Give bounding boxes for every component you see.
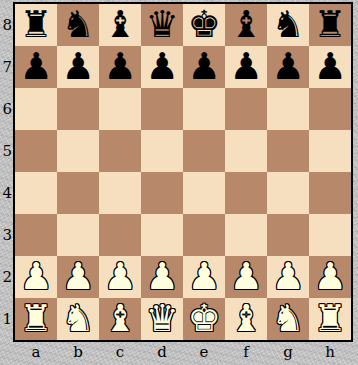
square-h8[interactable]: ♜ (309, 4, 351, 46)
rank-label-2: 2 (0, 256, 12, 298)
square-g2[interactable]: ♟ (267, 256, 309, 298)
piece-black-pawn-d7[interactable]: ♟ (145, 46, 178, 88)
file-label-d: d (141, 343, 183, 363)
square-f7[interactable]: ♟ (225, 46, 267, 88)
piece-white-pawn-d2[interactable]: ♟ (145, 256, 178, 298)
square-c2[interactable]: ♟ (99, 256, 141, 298)
file-labels: abcdefgh (15, 343, 351, 363)
file-label-c: c (99, 343, 141, 363)
square-f8[interactable]: ♝ (225, 4, 267, 46)
square-h1[interactable]: ♜ (309, 298, 351, 340)
rank-label-8: 8 (0, 4, 12, 46)
file-label-g: g (267, 343, 309, 363)
piece-white-pawn-f2[interactable]: ♟ (229, 256, 262, 298)
square-f3[interactable] (225, 214, 267, 256)
chess-board: ♜♞♝♛♚♝♞♜♟♟♟♟♟♟♟♟♟♟♟♟♟♟♟♟♜♞♝♛♚♝♞♜ (13, 2, 353, 342)
piece-black-pawn-e7[interactable]: ♟ (187, 46, 220, 88)
square-g3[interactable] (267, 214, 309, 256)
piece-white-rook-h1[interactable]: ♜ (313, 298, 346, 340)
square-f6[interactable] (225, 88, 267, 130)
square-c8[interactable]: ♝ (99, 4, 141, 46)
rank-label-4: 4 (0, 172, 12, 214)
square-h5[interactable] (309, 130, 351, 172)
file-label-h: h (309, 343, 351, 363)
piece-black-knight-b8[interactable]: ♞ (61, 4, 94, 46)
rank-label-1: 1 (0, 298, 12, 340)
square-c1[interactable]: ♝ (99, 298, 141, 340)
rank-label-7: 7 (0, 46, 12, 88)
square-d4[interactable] (141, 172, 183, 214)
square-d5[interactable] (141, 130, 183, 172)
piece-white-bishop-f1[interactable]: ♝ (229, 298, 262, 340)
piece-black-rook-a8[interactable]: ♜ (19, 4, 52, 46)
square-g4[interactable] (267, 172, 309, 214)
square-c5[interactable] (99, 130, 141, 172)
square-h7[interactable]: ♟ (309, 46, 351, 88)
square-b3[interactable] (57, 214, 99, 256)
square-e4[interactable] (183, 172, 225, 214)
rank-label-6: 6 (0, 88, 12, 130)
piece-white-pawn-h2[interactable]: ♟ (313, 256, 346, 298)
square-a6[interactable] (15, 88, 57, 130)
square-h3[interactable] (309, 214, 351, 256)
piece-white-pawn-b2[interactable]: ♟ (61, 256, 94, 298)
square-e8[interactable]: ♚ (183, 4, 225, 46)
piece-white-king-e1[interactable]: ♚ (187, 298, 220, 340)
square-e5[interactable] (183, 130, 225, 172)
square-a3[interactable] (15, 214, 57, 256)
piece-white-queen-d1[interactable]: ♛ (145, 298, 178, 340)
square-b7[interactable]: ♟ (57, 46, 99, 88)
square-g7[interactable]: ♟ (267, 46, 309, 88)
square-h2[interactable]: ♟ (309, 256, 351, 298)
piece-white-pawn-a2[interactable]: ♟ (19, 256, 52, 298)
square-e7[interactable]: ♟ (183, 46, 225, 88)
file-label-a: a (15, 343, 57, 363)
square-c6[interactable] (99, 88, 141, 130)
square-b4[interactable] (57, 172, 99, 214)
square-a5[interactable] (15, 130, 57, 172)
square-d3[interactable] (141, 214, 183, 256)
piece-white-pawn-e2[interactable]: ♟ (187, 256, 220, 298)
square-b5[interactable] (57, 130, 99, 172)
square-a2[interactable]: ♟ (15, 256, 57, 298)
square-d6[interactable] (141, 88, 183, 130)
piece-black-knight-g8[interactable]: ♞ (271, 4, 304, 46)
square-f1[interactable]: ♝ (225, 298, 267, 340)
rank-label-5: 5 (0, 130, 12, 172)
piece-black-bishop-f8[interactable]: ♝ (229, 4, 262, 46)
piece-black-pawn-b7[interactable]: ♟ (61, 46, 94, 88)
square-c7[interactable]: ♟ (99, 46, 141, 88)
square-e1[interactable]: ♚ (183, 298, 225, 340)
square-b1[interactable]: ♞ (57, 298, 99, 340)
square-f4[interactable] (225, 172, 267, 214)
piece-black-pawn-a7[interactable]: ♟ (19, 46, 52, 88)
square-d1[interactable]: ♛ (141, 298, 183, 340)
square-b8[interactable]: ♞ (57, 4, 99, 46)
square-a8[interactable]: ♜ (15, 4, 57, 46)
piece-white-rook-a1[interactable]: ♜ (19, 298, 52, 340)
piece-white-knight-g1[interactable]: ♞ (271, 298, 304, 340)
file-label-f: f (225, 343, 267, 363)
rank-labels: 87654321 (0, 4, 12, 340)
square-h4[interactable] (309, 172, 351, 214)
square-g6[interactable] (267, 88, 309, 130)
square-f2[interactable]: ♟ (225, 256, 267, 298)
square-b2[interactable]: ♟ (57, 256, 99, 298)
rank-label-3: 3 (0, 214, 12, 256)
piece-white-bishop-c1[interactable]: ♝ (103, 298, 136, 340)
square-d7[interactable]: ♟ (141, 46, 183, 88)
square-a4[interactable] (15, 172, 57, 214)
square-e6[interactable] (183, 88, 225, 130)
square-g8[interactable]: ♞ (267, 4, 309, 46)
square-b6[interactable] (57, 88, 99, 130)
piece-black-queen-d8[interactable]: ♛ (145, 4, 178, 46)
piece-black-pawn-g7[interactable]: ♟ (271, 46, 304, 88)
square-e2[interactable]: ♟ (183, 256, 225, 298)
piece-black-king-e8[interactable]: ♚ (187, 4, 220, 46)
file-label-e: e (183, 343, 225, 363)
square-d2[interactable]: ♟ (141, 256, 183, 298)
piece-black-bishop-c8[interactable]: ♝ (103, 4, 136, 46)
square-a7[interactable]: ♟ (15, 46, 57, 88)
piece-white-knight-b1[interactable]: ♞ (61, 298, 94, 340)
square-h6[interactable] (309, 88, 351, 130)
piece-white-pawn-c2[interactable]: ♟ (103, 256, 136, 298)
square-c3[interactable] (99, 214, 141, 256)
square-a1[interactable]: ♜ (15, 298, 57, 340)
square-d8[interactable]: ♛ (141, 4, 183, 46)
piece-black-rook-h8[interactable]: ♜ (313, 4, 346, 46)
square-g5[interactable] (267, 130, 309, 172)
piece-black-pawn-f7[interactable]: ♟ (229, 46, 262, 88)
square-e3[interactable] (183, 214, 225, 256)
file-label-b: b (57, 343, 99, 363)
square-f5[interactable] (225, 130, 267, 172)
piece-black-pawn-h7[interactable]: ♟ (313, 46, 346, 88)
square-g1[interactable]: ♞ (267, 298, 309, 340)
piece-white-pawn-g2[interactable]: ♟ (271, 256, 304, 298)
square-c4[interactable] (99, 172, 141, 214)
piece-black-pawn-c7[interactable]: ♟ (103, 46, 136, 88)
